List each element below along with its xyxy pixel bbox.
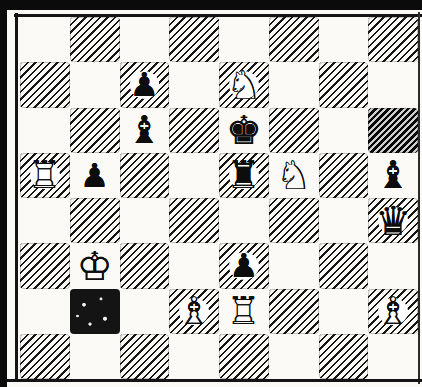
square-d7[interactable] xyxy=(169,62,219,107)
square-a3[interactable] xyxy=(20,243,70,288)
chess-diagram-scan: ♟♘♝♚♖♟♜♘♝♛♔♟♗♖♗ xyxy=(0,0,422,387)
frame-top-rule xyxy=(0,0,422,10)
square-c1[interactable] xyxy=(120,334,170,379)
square-e8[interactable] xyxy=(219,17,269,62)
black-bishop-c6: ♝ xyxy=(127,111,161,149)
square-f1[interactable] xyxy=(269,334,319,379)
square-g6[interactable] xyxy=(319,108,369,153)
square-a1[interactable] xyxy=(20,334,70,379)
square-e6[interactable]: ♚ xyxy=(219,108,269,153)
white-knight-e7: ♘ xyxy=(226,65,262,105)
square-h2[interactable]: ♗ xyxy=(368,289,418,334)
square-d2[interactable]: ♗ xyxy=(169,289,219,334)
square-g5[interactable] xyxy=(319,153,369,198)
black-bishop-h5: ♝ xyxy=(376,156,410,194)
square-f7[interactable] xyxy=(269,62,319,107)
black-rook-e5: ♜ xyxy=(227,156,261,194)
square-e3[interactable]: ♟ xyxy=(219,243,269,288)
square-b1[interactable] xyxy=(70,334,120,379)
black-pawn-e3: ♟ xyxy=(229,249,259,282)
white-king-b3: ♔ xyxy=(77,246,113,286)
black-pawn-b5: ♟ xyxy=(80,159,110,192)
white-bishop-h2: ♗ xyxy=(376,292,410,330)
square-a5[interactable]: ♖ xyxy=(20,153,70,198)
white-knight-f5: ♘ xyxy=(276,155,312,195)
frame-bottom-rule xyxy=(7,379,422,382)
square-h7[interactable] xyxy=(368,62,418,107)
square-c2[interactable] xyxy=(120,289,170,334)
square-g7[interactable] xyxy=(319,62,369,107)
square-e7[interactable]: ♘ xyxy=(219,62,269,107)
square-e1[interactable] xyxy=(219,334,269,379)
square-g2[interactable] xyxy=(319,289,369,334)
white-bishop-d2: ♗ xyxy=(177,292,211,330)
square-c7[interactable]: ♟ xyxy=(120,62,170,107)
square-c4[interactable] xyxy=(120,198,170,243)
square-e4[interactable] xyxy=(219,198,269,243)
black-king-e6: ♚ xyxy=(226,110,262,150)
square-d5[interactable] xyxy=(169,153,219,198)
square-d4[interactable] xyxy=(169,198,219,243)
frame-right-rule xyxy=(418,12,420,384)
square-f3[interactable] xyxy=(269,243,319,288)
frame-left-rule xyxy=(0,0,7,387)
black-pawn-c7: ♟ xyxy=(130,68,160,101)
square-g1[interactable] xyxy=(319,334,369,379)
square-h5[interactable]: ♝ xyxy=(368,153,418,198)
square-h4[interactable]: ♛ xyxy=(368,198,418,243)
square-a4[interactable] xyxy=(20,198,70,243)
square-f4[interactable] xyxy=(269,198,319,243)
square-f2[interactable] xyxy=(269,289,319,334)
square-d8[interactable] xyxy=(169,17,219,62)
square-b4[interactable] xyxy=(70,198,120,243)
chess-board: ♟♘♝♚♖♟♜♘♝♛♔♟♗♖♗ xyxy=(20,17,418,379)
square-g3[interactable] xyxy=(319,243,369,288)
square-d6[interactable] xyxy=(169,108,219,153)
square-e5[interactable]: ♜ xyxy=(219,153,269,198)
square-d1[interactable] xyxy=(169,334,219,379)
frame-left-inner-rule xyxy=(15,13,18,382)
square-e2[interactable]: ♖ xyxy=(219,289,269,334)
square-b5[interactable]: ♟ xyxy=(70,153,120,198)
square-c6[interactable]: ♝ xyxy=(120,108,170,153)
white-rook-a5: ♖ xyxy=(28,156,62,194)
square-f8[interactable] xyxy=(269,17,319,62)
square-f6[interactable] xyxy=(269,108,319,153)
black-queen-h4: ♛ xyxy=(375,201,411,241)
square-c8[interactable] xyxy=(120,17,170,62)
square-b2[interactable] xyxy=(70,289,120,334)
square-a8[interactable] xyxy=(20,17,70,62)
square-f5[interactable]: ♘ xyxy=(269,153,319,198)
white-rook-e2: ♖ xyxy=(227,292,261,330)
square-b7[interactable] xyxy=(70,62,120,107)
square-b8[interactable] xyxy=(70,17,120,62)
square-d3[interactable] xyxy=(169,243,219,288)
square-h6[interactable] xyxy=(368,108,418,153)
square-b6[interactable] xyxy=(70,108,120,153)
square-h3[interactable] xyxy=(368,243,418,288)
square-h8[interactable] xyxy=(368,17,418,62)
square-h1[interactable] xyxy=(368,334,418,379)
square-a6[interactable] xyxy=(20,108,70,153)
square-b3[interactable]: ♔ xyxy=(70,243,120,288)
square-c5[interactable] xyxy=(120,153,170,198)
square-a2[interactable] xyxy=(20,289,70,334)
square-c3[interactable] xyxy=(120,243,170,288)
square-a7[interactable] xyxy=(20,62,70,107)
square-g8[interactable] xyxy=(319,17,369,62)
square-g4[interactable] xyxy=(319,198,369,243)
